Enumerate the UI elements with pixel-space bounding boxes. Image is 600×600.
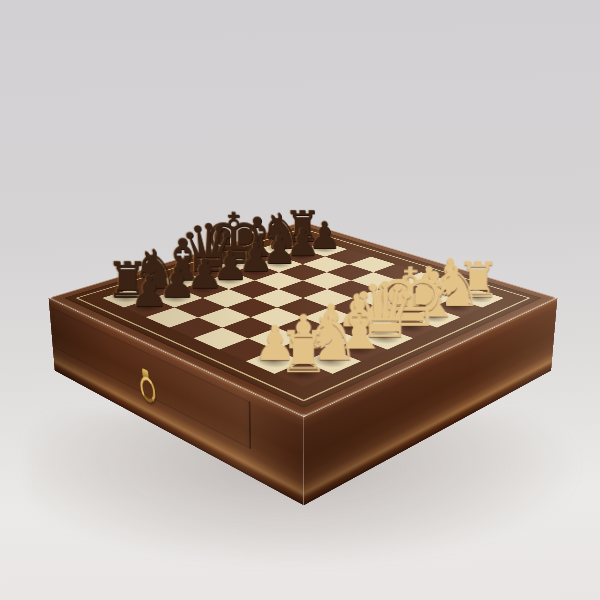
scene-3d: ♜♟♟♜♞♟♟♞♝♟♟♝♚♟♟♚♛♟♟♛♝♟♟♝♞♟♟♞♜♟♟♜ [0,0,600,600]
chess-box: ♜♟♟♜♞♟♟♞♝♟♟♝♚♟♟♚♛♟♟♛♝♟♟♝♞♟♟♞♜♟♟♜ [48,221,557,417]
photo-stage: ♜♟♟♜♞♟♟♞♝♟♟♝♚♟♟♚♛♟♟♛♝♟♟♝♞♟♟♞♜♟♟♜ [0,0,600,600]
